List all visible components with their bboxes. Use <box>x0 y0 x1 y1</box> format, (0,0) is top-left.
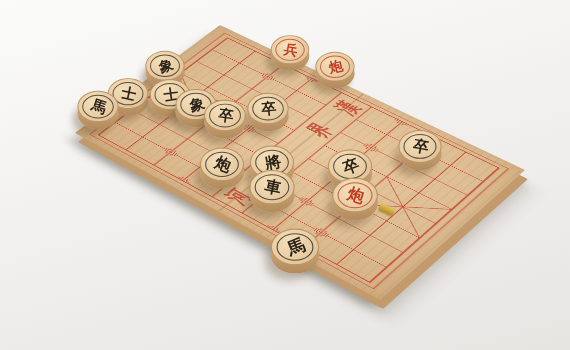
piece-black-soldier[interactable]: 卒 <box>398 130 441 170</box>
piece-top-face: 卒 <box>204 100 246 132</box>
piece-top-face: 炮 <box>332 178 378 213</box>
piece-top-face: 卒 <box>398 130 441 163</box>
piece-character: 卒 <box>203 98 249 133</box>
piece-top-face: 象 <box>145 51 184 81</box>
river-char-han: 漢 <box>327 97 365 119</box>
piece-top-face: 炮 <box>200 147 244 181</box>
piece-top-face: 馬 <box>77 91 118 122</box>
piece-black-chariot[interactable]: 車 <box>249 170 294 212</box>
piece-top-face: 馬 <box>271 229 319 266</box>
piece-black-horse[interactable]: 馬 <box>77 91 118 129</box>
piece-black-soldier[interactable]: 卒 <box>204 100 246 139</box>
piece-red-soldier[interactable]: 兵 <box>271 35 309 71</box>
piece-top-face: 炮 <box>315 52 354 82</box>
piece-black-cannon[interactable]: 炮 <box>200 147 244 188</box>
piece-red-cannon[interactable]: 炮 <box>315 52 354 89</box>
river-char-jie: 界 <box>300 119 339 142</box>
piece-black-horse[interactable]: 馬 <box>271 229 319 274</box>
piece-top-face: 卒 <box>247 93 288 125</box>
piece-black-soldier[interactable]: 卒 <box>247 93 288 131</box>
piece-character: 卒 <box>247 92 291 125</box>
piece-top-face: 兵 <box>271 35 309 64</box>
photo-stage: 漢 界 楚 河 兵象炮士士象馬卒卒卒將炮卒車炮馬 <box>0 0 570 350</box>
piece-red-cannon[interactable]: 炮 <box>332 178 378 221</box>
piece-top-face: 車 <box>249 170 294 205</box>
